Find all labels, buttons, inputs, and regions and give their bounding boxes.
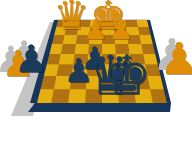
piece-navy-king-f1[interactable]: ♚ — [97, 49, 157, 103]
piece-gold-pawn-f6[interactable]: ♟ — [91, 16, 151, 43]
chess-scene: ♛♚♟♟♟♟♛♚ ♟♟♟♟♟♟ — [0, 0, 192, 164]
square-b1[interactable] — [51, 89, 70, 104]
